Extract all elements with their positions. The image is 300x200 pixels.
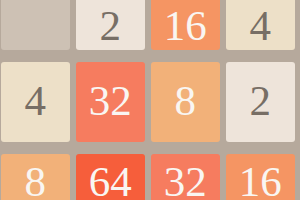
tile-r0c2-value-16: 16 [151,0,220,50]
tile-r2c0-value-8: 8 [1,154,70,200]
tile-r1c0-value-4: 4 [1,62,70,142]
board-row-0: 2164 [1,0,295,50]
tile-r2c1-value-64: 64 [76,154,145,200]
board-row-1: 43282 [1,62,295,142]
tile-r1c1-value-32: 32 [76,62,145,142]
tile-r2c2-value-32: 32 [151,154,220,200]
tile-r1c3-value-2: 2 [226,62,295,142]
tile-r1c2-value-8: 8 [151,62,220,142]
2048-board[interactable]: 2164432828643216 [0,0,300,200]
tile-r0c1-value-2: 2 [76,0,145,50]
tile-r0c3-value-4: 4 [226,0,295,50]
board-row-2: 8643216 [1,154,295,200]
tile-r2c3-value-16: 16 [226,154,295,200]
empty-cell-r0c0 [1,0,70,50]
